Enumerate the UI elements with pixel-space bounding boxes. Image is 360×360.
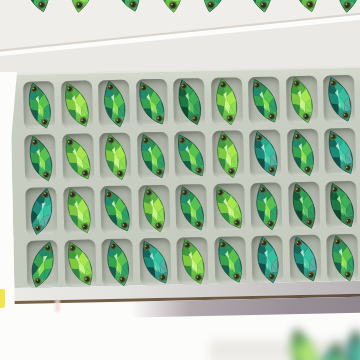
- tray-cell-r3c5: [175, 184, 207, 232]
- tray-cell-r3c8: [288, 182, 320, 230]
- top-edge-partial-crystal: [20, 0, 54, 17]
- foreground-blurred-crystals: [278, 322, 360, 360]
- photo-stage: [0, 0, 360, 360]
- tray-cell-r1c8: [286, 76, 318, 124]
- crystal-stone: [208, 127, 248, 181]
- tray-grid: [10, 66, 360, 289]
- top-edge-partial-crystal: [198, 0, 232, 17]
- crystal-stone: [239, 0, 282, 16]
- crystal-stone: [18, 78, 61, 133]
- crystal-stone: [61, 0, 102, 15]
- tray-cell-r1c3: [98, 80, 130, 128]
- top-edge-partial-crystal: [110, 0, 144, 17]
- crystal-stone: [281, 125, 324, 180]
- crystal-stone: [102, 0, 151, 17]
- yellow-object-sliver: [0, 289, 5, 308]
- tray-cell-r3c3: [100, 186, 132, 234]
- crystal-stone: [207, 75, 246, 128]
- tray-cell-r2c2: [62, 133, 94, 181]
- tray-cell-r4c6: [214, 236, 246, 284]
- crystal-stone: [170, 233, 214, 288]
- crystal-stone: [246, 179, 286, 233]
- tray-cell-r1c2: [61, 80, 93, 128]
- top-edge-partial-crystal: [65, 0, 99, 17]
- crystal-tray: [10, 66, 360, 321]
- tray-cell-r1c5: [173, 78, 205, 126]
- tray-cell-r4c3: [101, 239, 133, 287]
- tray-cell-r1c6: [211, 77, 243, 125]
- crystal-stone: [280, 72, 322, 126]
- tray-cell-r1c7: [248, 76, 280, 124]
- crystal-stone: [337, 326, 360, 360]
- tray-cell-r1c9: [323, 75, 355, 123]
- tray-cell-r2c6: [212, 130, 244, 178]
- tray-cell-r2c3: [99, 133, 131, 181]
- crystal-stone: [94, 77, 134, 131]
- tray-cell-r4c2: [64, 239, 96, 287]
- crystal-stone: [282, 178, 326, 233]
- pink-reflection-streak: [55, 299, 60, 312]
- tray-cell-r4c4: [139, 238, 171, 286]
- tray-cell-r2c1: [24, 134, 56, 182]
- crystal-stone: [193, 0, 237, 16]
- tray-cell-r4c1: [26, 240, 58, 288]
- crystal-stone: [133, 181, 175, 235]
- tray-cell-r3c9: [325, 181, 357, 229]
- top-edge-partial-crystal: [332, 0, 360, 17]
- tray-cell-r3c6: [213, 183, 245, 231]
- crystal-stone: [316, 71, 360, 127]
- blurred-crystal: [340, 328, 360, 360]
- crystal-stone: [247, 232, 287, 286]
- tray-cell-r1c1: [23, 81, 55, 129]
- crystal-stone: [18, 130, 62, 185]
- tray-cell-r3c1: [25, 187, 57, 235]
- top-edge-partial-crystal: [288, 0, 322, 17]
- tray-cell-r4c9: [326, 234, 358, 282]
- tray-cell-r3c7: [250, 182, 282, 230]
- crystal-stone: [207, 232, 253, 288]
- tray-cell-r1c4: [136, 79, 168, 127]
- tray-cell-r3c4: [138, 185, 170, 233]
- crystal-stone: [21, 184, 61, 237]
- top-edge-partial-crystal: [154, 0, 188, 17]
- crystal-stone: [167, 74, 211, 129]
- crystal-stone: [97, 235, 139, 289]
- crystal-stone: [330, 0, 360, 14]
- crystal-stone: [321, 230, 360, 285]
- top-edge-partial-crystal: [243, 0, 277, 17]
- crystal-stone: [151, 0, 190, 15]
- crystal-stone: [318, 177, 360, 233]
- upper-tray-partial-row: [0, 0, 360, 20]
- tray-cell-r2c9: [324, 128, 356, 176]
- crystal-stone: [14, 0, 60, 16]
- tray-cell-r4c7: [251, 235, 283, 283]
- tray-cell-r2c7: [249, 129, 281, 177]
- crystal-stone: [56, 182, 101, 238]
- tray-cell-r4c5: [176, 237, 208, 285]
- tray-cell-r2c8: [287, 129, 319, 177]
- tray-cell-r4c8: [289, 235, 321, 283]
- crystal-stone: [282, 0, 329, 16]
- tray-cell-r2c4: [137, 132, 169, 180]
- crystal-stone: [94, 129, 136, 183]
- tray-cell-r3c2: [63, 186, 95, 234]
- crystal-stone: [21, 237, 64, 292]
- tray-cell-r2c5: [174, 131, 206, 179]
